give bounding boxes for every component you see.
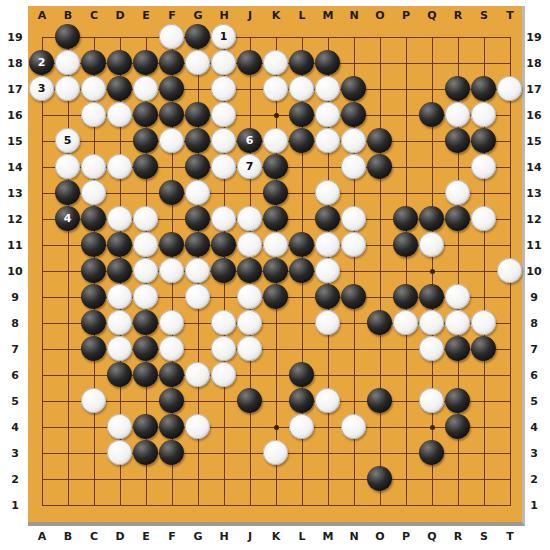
top-col-label: N [349,10,358,21]
bottom-col-label: O [375,531,384,542]
stone-black-E16[interactable] [133,102,158,127]
stone-black-N9[interactable] [341,284,366,309]
top-col-label: R [454,10,462,21]
bottom-col-label: P [402,531,410,542]
stone-white-C14[interactable] [81,154,106,179]
left-row-label: 10 [7,266,22,277]
stone-black-C7[interactable] [81,336,106,361]
right-row-label: 14 [526,162,541,173]
stone-black-C8[interactable] [81,310,106,335]
bottom-col-label: S [480,531,488,542]
bottom-col-label: K [272,531,281,542]
stone-white-K18[interactable] [263,50,288,75]
stone-white-R9[interactable] [445,284,470,309]
stone-black-S17[interactable] [471,76,496,101]
right-row-label: 7 [530,344,538,355]
left-row-label: 16 [7,110,22,121]
stone-white-K11[interactable] [263,232,288,257]
stone-white-B15[interactable]: 5 [55,128,80,153]
stone-black-P11[interactable] [393,232,418,257]
stone-white-M15[interactable] [315,128,340,153]
stone-black-S7[interactable] [471,336,496,361]
stone-black-F18[interactable] [159,50,184,75]
stone-white-F15[interactable] [159,128,184,153]
top-col-label: L [298,10,305,21]
stone-white-N14[interactable] [341,154,366,179]
stone-white-H14[interactable] [211,154,236,179]
stone-black-B19[interactable] [55,24,80,49]
left-row-label: 8 [11,318,19,329]
left-row-label: 3 [11,448,19,459]
bottom-col-label: M [323,531,334,542]
stone-white-Q7[interactable] [419,336,444,361]
stone-black-H10[interactable] [211,258,236,283]
stone-white-H7[interactable] [211,336,236,361]
left-row-label: 15 [7,136,22,147]
stone-black-Q3[interactable] [419,440,444,465]
stone-black-N17[interactable] [341,76,366,101]
bottom-col-label: A [38,531,47,542]
stone-black-E14[interactable] [133,154,158,179]
stone-black-C9[interactable] [81,284,106,309]
stone-white-D14[interactable] [107,154,132,179]
left-row-label: 14 [7,162,22,173]
stone-white-M11[interactable] [315,232,340,257]
left-row-label: 19 [7,32,22,43]
top-col-label: F [168,10,176,21]
bottom-col-label: B [64,531,72,542]
stone-black-R4[interactable] [445,414,470,439]
stone-white-M13[interactable] [315,180,340,205]
stone-black-C11[interactable] [81,232,106,257]
stone-white-S12[interactable] [471,206,496,231]
stone-white-E10[interactable] [133,258,158,283]
stone-white-D3[interactable] [107,440,132,465]
stone-black-F5[interactable] [159,388,184,413]
star-point [430,269,435,274]
stone-black-E18[interactable] [133,50,158,75]
stone-white-Q8[interactable] [419,310,444,335]
stone-black-D6[interactable] [107,362,132,387]
stone-white-Q11[interactable] [419,232,444,257]
stone-black-L6[interactable] [289,362,314,387]
left-row-label: 6 [11,370,19,381]
stone-white-N12[interactable] [341,206,366,231]
grid-hline [42,505,511,506]
stone-white-C17[interactable] [81,76,106,101]
stone-black-E7[interactable] [133,336,158,361]
top-col-label: H [219,10,228,21]
move-number-label: 3 [38,82,46,95]
stone-black-J5[interactable] [237,388,262,413]
stone-white-T17[interactable] [497,76,522,101]
top-col-label: T [506,10,514,21]
stone-white-K15[interactable] [263,128,288,153]
stone-black-Q12[interactable] [419,206,444,231]
star-point [274,113,279,118]
stone-black-K10[interactable] [263,258,288,283]
stone-black-G11[interactable] [185,232,210,257]
stone-black-L5[interactable] [289,388,314,413]
top-col-label: B [64,10,72,21]
left-row-label: 9 [11,292,19,303]
stone-black-P9[interactable] [393,284,418,309]
stone-white-G4[interactable] [185,414,210,439]
stone-black-B13[interactable] [55,180,80,205]
stone-black-L18[interactable] [289,50,314,75]
stone-black-D10[interactable] [107,258,132,283]
top-col-label: S [480,10,488,21]
stone-white-S8[interactable] [471,310,496,335]
stone-black-L11[interactable] [289,232,314,257]
stone-white-J7[interactable] [237,336,262,361]
left-row-label: 1 [11,500,19,511]
stone-white-G9[interactable] [185,284,210,309]
stone-white-G13[interactable] [185,180,210,205]
stone-black-R12[interactable] [445,206,470,231]
stone-black-R15[interactable] [445,128,470,153]
stone-black-G15[interactable] [185,128,210,153]
left-row-label: 17 [7,84,22,95]
stone-black-M9[interactable] [315,284,340,309]
stone-black-J10[interactable] [237,258,262,283]
stone-black-S15[interactable] [471,128,496,153]
stone-white-R13[interactable] [445,180,470,205]
stone-white-M8[interactable] [315,310,340,335]
stone-white-G6[interactable] [185,362,210,387]
stone-black-G12[interactable] [185,206,210,231]
right-row-label: 11 [526,240,541,251]
stone-black-O5[interactable] [367,388,392,413]
right-row-label: 12 [526,214,541,225]
stone-white-D16[interactable] [107,102,132,127]
stone-black-F16[interactable] [159,102,184,127]
stone-white-J14[interactable]: 7 [237,154,262,179]
stone-white-J11[interactable] [237,232,262,257]
stone-black-E8[interactable] [133,310,158,335]
move-number-label: 2 [38,56,46,69]
move-number-label: 6 [246,134,254,147]
stone-black-F11[interactable] [159,232,184,257]
stone-white-D9[interactable] [107,284,132,309]
stone-white-F10[interactable] [159,258,184,283]
stone-black-L15[interactable] [289,128,314,153]
stone-white-P8[interactable] [393,310,418,335]
stone-black-D11[interactable] [107,232,132,257]
stone-black-R17[interactable] [445,76,470,101]
stone-white-H16[interactable] [211,102,236,127]
stone-black-B12[interactable]: 4 [55,206,80,231]
stone-black-C10[interactable] [81,258,106,283]
stone-black-F3[interactable] [159,440,184,465]
bottom-col-label: G [193,531,202,542]
top-col-label: G [193,10,202,21]
go-board-screenshot: AABBCCDDEEFFGGHHJJKKLLMMNNOOPPQQRRSSTT19… [0,0,550,550]
stone-black-E4[interactable] [133,414,158,439]
grid-vline [406,37,407,506]
stone-white-J9[interactable] [237,284,262,309]
stone-black-K14[interactable] [263,154,288,179]
stone-white-N11[interactable] [341,232,366,257]
stone-black-G16[interactable] [185,102,210,127]
bottom-col-label: C [90,531,98,542]
stone-white-D4[interactable] [107,414,132,439]
stone-white-E9[interactable] [133,284,158,309]
stone-white-H6[interactable] [211,362,236,387]
stone-white-B18[interactable] [55,50,80,75]
stone-black-A18[interactable]: 2 [29,50,54,75]
stone-white-B14[interactable] [55,154,80,179]
stone-white-J12[interactable] [237,206,262,231]
stone-black-G19[interactable] [185,24,210,49]
stone-black-O14[interactable] [367,154,392,179]
stone-black-C12[interactable] [81,206,106,231]
stone-black-J18[interactable] [237,50,262,75]
stone-black-G14[interactable] [185,154,210,179]
right-row-label: 18 [526,58,541,69]
stone-white-E12[interactable] [133,206,158,231]
stone-black-L16[interactable] [289,102,314,127]
stone-black-F6[interactable] [159,362,184,387]
stone-black-L10[interactable] [289,258,314,283]
right-row-label: 19 [526,32,541,43]
stone-black-J15[interactable]: 6 [237,128,262,153]
stone-white-C16[interactable] [81,102,106,127]
stone-white-H8[interactable] [211,310,236,335]
right-row-label: 9 [530,292,538,303]
stone-white-C13[interactable] [81,180,106,205]
stone-white-A17[interactable]: 3 [29,76,54,101]
stone-white-F19[interactable] [159,24,184,49]
top-col-label: E [142,10,150,21]
stone-black-F17[interactable] [159,76,184,101]
top-col-label: J [248,10,252,21]
bottom-col-label: F [168,531,176,542]
bottom-col-label: H [219,531,228,542]
stone-white-D8[interactable] [107,310,132,335]
left-row-label: 12 [7,214,22,225]
stone-white-S16[interactable] [471,102,496,127]
stone-black-F13[interactable] [159,180,184,205]
move-number-label: 4 [64,212,72,225]
stone-white-C5[interactable] [81,388,106,413]
stone-black-C18[interactable] [81,50,106,75]
stone-white-B17[interactable] [55,76,80,101]
stone-white-T10[interactable] [497,258,522,283]
right-row-label: 16 [526,110,541,121]
right-row-label: 3 [530,448,538,459]
stone-white-S14[interactable] [471,154,496,179]
bottom-col-label: L [298,531,305,542]
stone-black-P12[interactable] [393,206,418,231]
stone-black-E6[interactable] [133,362,158,387]
top-col-label: Q [427,10,436,21]
stone-black-K9[interactable] [263,284,288,309]
stone-white-M10[interactable] [315,258,340,283]
bottom-col-label: T [506,531,514,542]
stone-white-F7[interactable] [159,336,184,361]
left-row-label: 5 [11,396,19,407]
stone-black-O15[interactable] [367,128,392,153]
right-row-label: 13 [526,188,541,199]
stone-white-G10[interactable] [185,258,210,283]
stone-white-R16[interactable] [445,102,470,127]
bottom-col-label: D [115,531,124,542]
stone-black-K12[interactable] [263,206,288,231]
top-col-label: C [90,10,98,21]
left-row-label: 11 [7,240,22,251]
right-row-label: 4 [530,422,538,433]
stone-black-M12[interactable] [315,206,340,231]
bottom-col-label: Q [427,531,436,542]
move-number-label: 7 [246,160,254,173]
stone-white-H17[interactable] [211,76,236,101]
stone-black-D17[interactable] [107,76,132,101]
stone-black-R7[interactable] [445,336,470,361]
stone-white-H12[interactable] [211,206,236,231]
star-point [274,425,279,430]
stone-white-M17[interactable] [315,76,340,101]
stone-black-N16[interactable] [341,102,366,127]
left-row-label: 18 [7,58,22,69]
right-row-label: 1 [530,500,538,511]
right-row-label: 5 [530,396,538,407]
left-row-label: 13 [7,188,22,199]
right-row-label: 17 [526,84,541,95]
bottom-col-label: J [248,531,252,542]
top-col-label: O [375,10,384,21]
stone-white-N15[interactable] [341,128,366,153]
stone-black-M18[interactable] [315,50,340,75]
stone-black-F4[interactable] [159,414,184,439]
stone-black-O8[interactable] [367,310,392,335]
stone-white-D12[interactable] [107,206,132,231]
stone-black-E3[interactable] [133,440,158,465]
stone-white-F8[interactable] [159,310,184,335]
stone-white-H15[interactable] [211,128,236,153]
right-row-label: 10 [526,266,541,277]
top-col-label: P [402,10,410,21]
stone-black-Q16[interactable] [419,102,444,127]
top-col-label: A [38,10,47,21]
bottom-col-label: E [142,531,150,542]
stone-black-H11[interactable] [211,232,236,257]
stone-white-H19[interactable]: 1 [211,24,236,49]
left-row-label: 7 [11,344,19,355]
stone-white-E17[interactable] [133,76,158,101]
star-point [430,425,435,430]
move-number-label: 1 [220,30,228,43]
stone-white-L4[interactable] [289,414,314,439]
stone-black-E15[interactable] [133,128,158,153]
stone-white-K3[interactable] [263,440,288,465]
stone-black-D18[interactable] [107,50,132,75]
stone-white-G18[interactable] [185,50,210,75]
left-row-label: 4 [11,422,19,433]
top-col-label: D [115,10,124,21]
right-row-label: 6 [530,370,538,381]
right-row-label: 8 [530,318,538,329]
bottom-col-label: R [454,531,462,542]
stone-white-D7[interactable] [107,336,132,361]
move-number-label: 5 [64,134,72,147]
stone-white-M5[interactable] [315,388,340,413]
stone-white-K17[interactable] [263,76,288,101]
stone-white-Q5[interactable] [419,388,444,413]
stone-white-R8[interactable] [445,310,470,335]
stone-white-L17[interactable] [289,76,314,101]
stone-white-M16[interactable] [315,102,340,127]
right-row-label: 2 [530,474,538,485]
left-row-label: 2 [11,474,19,485]
stone-white-H18[interactable] [211,50,236,75]
grid-vline [380,37,381,506]
stone-black-R5[interactable] [445,388,470,413]
stone-white-E11[interactable] [133,232,158,257]
stone-white-J8[interactable] [237,310,262,335]
grid-hline [42,479,511,480]
stone-black-K13[interactable] [263,180,288,205]
stone-black-Q9[interactable] [419,284,444,309]
bottom-col-label: N [349,531,358,542]
top-col-label: M [323,10,334,21]
top-col-label: K [272,10,281,21]
stone-black-O2[interactable] [367,466,392,491]
stone-white-N4[interactable] [341,414,366,439]
right-row-label: 15 [526,136,541,147]
